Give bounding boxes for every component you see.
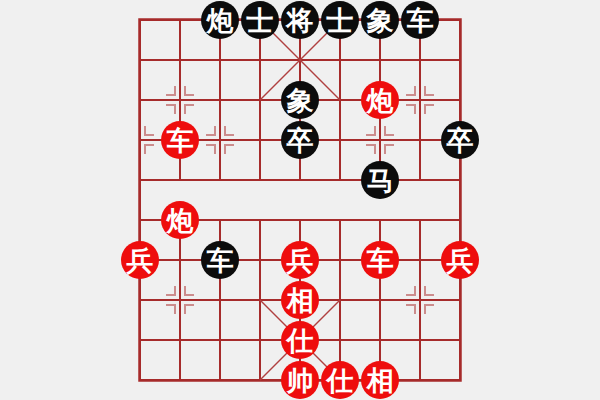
cell-e3[interactable]: 兵 [280, 240, 320, 280]
cell-b4[interactable]: 炮 [160, 200, 200, 240]
cell-h4[interactable] [400, 200, 440, 240]
cell-e8[interactable] [280, 40, 320, 80]
cell-d0[interactable] [240, 360, 280, 400]
piece-black-soldier[interactable]: 卒 [281, 121, 319, 159]
cell-e9[interactable]: 将 [280, 0, 320, 40]
cell-e6[interactable]: 卒 [280, 120, 320, 160]
cell-e1[interactable]: 仕 [280, 320, 320, 360]
piece-black-horse[interactable]: 马 [361, 161, 399, 199]
cell-f9[interactable]: 士 [320, 0, 360, 40]
cell-f6[interactable] [320, 120, 360, 160]
cell-h8[interactable] [400, 40, 440, 80]
cell-c5[interactable] [200, 160, 240, 200]
cell-d7[interactable] [240, 80, 280, 120]
piece-black-chariot[interactable]: 车 [401, 1, 439, 39]
cell-h9[interactable]: 车 [400, 0, 440, 40]
cell-d2[interactable] [240, 280, 280, 320]
piece-red-cannon[interactable]: 炮 [161, 201, 199, 239]
cell-b0[interactable] [160, 360, 200, 400]
cell-g8[interactable] [360, 40, 400, 80]
cell-a8[interactable] [120, 40, 160, 80]
piece-black-advisor[interactable]: 士 [321, 1, 359, 39]
cell-d4[interactable] [240, 200, 280, 240]
cell-f3[interactable] [320, 240, 360, 280]
cell-i5[interactable] [440, 160, 480, 200]
cell-e4[interactable] [280, 200, 320, 240]
cell-d3[interactable] [240, 240, 280, 280]
cell-a7[interactable] [120, 80, 160, 120]
piece-red-elephant[interactable]: 相 [361, 361, 399, 399]
cell-a4[interactable] [120, 200, 160, 240]
piece-red-soldier[interactable]: 兵 [121, 241, 159, 279]
cell-c8[interactable] [200, 40, 240, 80]
cell-i1[interactable] [440, 320, 480, 360]
cell-a5[interactable] [120, 160, 160, 200]
piece-red-general[interactable]: 帅 [281, 361, 319, 399]
cell-f4[interactable] [320, 200, 360, 240]
cell-h6[interactable] [400, 120, 440, 160]
cell-c0[interactable] [200, 360, 240, 400]
cell-i2[interactable] [440, 280, 480, 320]
piece-red-elephant[interactable]: 相 [281, 281, 319, 319]
cell-e0[interactable]: 帅 [280, 360, 320, 400]
cell-b1[interactable] [160, 320, 200, 360]
cell-h3[interactable] [400, 240, 440, 280]
piece-black-elephant[interactable]: 象 [281, 81, 319, 119]
cell-i6[interactable]: 卒 [440, 120, 480, 160]
cell-e7[interactable]: 象 [280, 80, 320, 120]
cell-c1[interactable] [200, 320, 240, 360]
cell-g5[interactable]: 马 [360, 160, 400, 200]
cell-d1[interactable] [240, 320, 280, 360]
cell-d6[interactable] [240, 120, 280, 160]
cell-d9[interactable]: 士 [240, 0, 280, 40]
piece-red-chariot[interactable]: 车 [161, 121, 199, 159]
cell-b2[interactable] [160, 280, 200, 320]
cell-f8[interactable] [320, 40, 360, 80]
cell-h5[interactable] [400, 160, 440, 200]
cell-b5[interactable] [160, 160, 200, 200]
cell-a0[interactable] [120, 360, 160, 400]
cell-h7[interactable] [400, 80, 440, 120]
cell-c2[interactable] [200, 280, 240, 320]
cell-f2[interactable] [320, 280, 360, 320]
piece-red-soldier[interactable]: 兵 [441, 241, 479, 279]
piece-black-elephant[interactable]: 象 [361, 1, 399, 39]
cell-a3[interactable]: 兵 [120, 240, 160, 280]
cell-d8[interactable] [240, 40, 280, 80]
cell-h2[interactable] [400, 280, 440, 320]
cell-h0[interactable] [400, 360, 440, 400]
cell-i4[interactable] [440, 200, 480, 240]
cell-a2[interactable] [120, 280, 160, 320]
piece-black-advisor[interactable]: 士 [241, 1, 279, 39]
cell-e2[interactable]: 相 [280, 280, 320, 320]
cell-a9[interactable] [120, 0, 160, 40]
cell-f0[interactable]: 仕 [320, 360, 360, 400]
piece-black-general[interactable]: 将 [281, 1, 319, 39]
cell-a1[interactable] [120, 320, 160, 360]
cell-c3[interactable]: 车 [200, 240, 240, 280]
cell-f7[interactable] [320, 80, 360, 120]
piece-red-advisor[interactable]: 仕 [281, 321, 319, 359]
cell-g2[interactable] [360, 280, 400, 320]
cell-c9[interactable]: 炮 [200, 0, 240, 40]
cell-i7[interactable] [440, 80, 480, 120]
cell-g7[interactable]: 炮 [360, 80, 400, 120]
xiangqi-board: 炮士将士象车象炮车卒卒马炮兵车兵车兵相仕帅仕相 [0, 0, 600, 400]
piece-black-chariot[interactable]: 车 [201, 241, 239, 279]
piece-red-chariot[interactable]: 车 [361, 241, 399, 279]
cell-b7[interactable] [160, 80, 200, 120]
piece-black-cannon[interactable]: 炮 [201, 1, 239, 39]
cell-b9[interactable] [160, 0, 200, 40]
cell-b8[interactable] [160, 40, 200, 80]
board-grid: 炮士将士象车象炮车卒卒马炮兵车兵车兵相仕帅仕相 [120, 0, 480, 400]
cell-d5[interactable] [240, 160, 280, 200]
piece-red-cannon[interactable]: 炮 [361, 81, 399, 119]
cell-i8[interactable] [440, 40, 480, 80]
cell-b3[interactable] [160, 240, 200, 280]
cell-b6[interactable]: 车 [160, 120, 200, 160]
cell-f1[interactable] [320, 320, 360, 360]
cell-g1[interactable] [360, 320, 400, 360]
cell-f5[interactable] [320, 160, 360, 200]
cell-g0[interactable]: 相 [360, 360, 400, 400]
piece-red-advisor[interactable]: 仕 [321, 361, 359, 399]
cell-c6[interactable] [200, 120, 240, 160]
cell-e5[interactable] [280, 160, 320, 200]
cell-c4[interactable] [200, 200, 240, 240]
cell-g3[interactable]: 车 [360, 240, 400, 280]
cell-g4[interactable] [360, 200, 400, 240]
cell-c7[interactable] [200, 80, 240, 120]
cell-a6[interactable] [120, 120, 160, 160]
cell-i9[interactable] [440, 0, 480, 40]
cell-h1[interactable] [400, 320, 440, 360]
cell-i3[interactable]: 兵 [440, 240, 480, 280]
cell-g9[interactable]: 象 [360, 0, 400, 40]
cell-i0[interactable] [440, 360, 480, 400]
piece-red-soldier[interactable]: 兵 [281, 241, 319, 279]
cell-g6[interactable] [360, 120, 400, 160]
piece-black-soldier[interactable]: 卒 [441, 121, 479, 159]
